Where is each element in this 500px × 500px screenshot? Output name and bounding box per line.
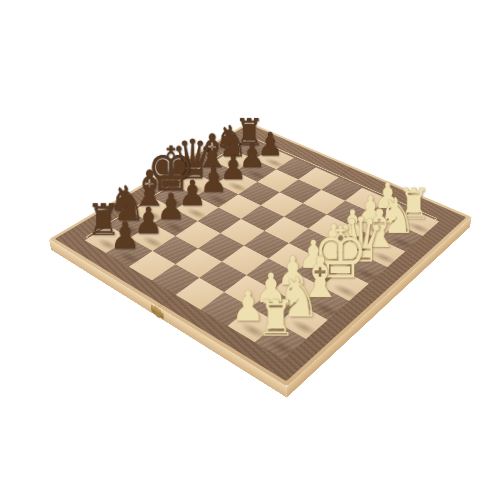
chess-board: ♜♟♟♜♞♟♟♞♝♟♟♝♛♟♟♛♚♟♟♚♝♟♟♝♞♟♟♞♜♟♟♜: [49, 122, 472, 387]
board-frame: ♜♟♟♜♞♟♟♞♝♟♟♝♛♟♟♛♚♟♟♚♝♟♟♝♞♟♟♞♜♟♟♜: [55, 124, 467, 381]
board-top-face: ♜♟♟♜♞♟♟♞♝♟♟♝♛♟♟♛♚♟♟♚♝♟♟♝♞♟♟♞♜♟♟♜: [49, 122, 472, 387]
product-photo: ♜♟♟♜♞♟♟♞♝♟♟♝♛♟♟♛♚♟♟♚♝♟♟♝♞♟♟♞♜♟♟♜: [0, 0, 500, 500]
playing-field: ♜♟♟♜♞♟♟♞♝♟♟♝♛♟♟♛♚♟♟♚♝♟♟♝♞♟♟♞♜♟♟♜: [91, 139, 432, 350]
